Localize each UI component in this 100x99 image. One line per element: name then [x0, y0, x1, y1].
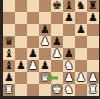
- square-h7[interactable]: ♟: [87, 12, 99, 24]
- square-e3[interactable]: [51, 60, 63, 72]
- square-h1[interactable]: ♜: [87, 84, 99, 96]
- square-b3[interactable]: ♟: [15, 60, 27, 72]
- piece-white-rook[interactable]: ♜: [3, 84, 15, 96]
- square-c1[interactable]: [27, 84, 39, 96]
- piece-white-king[interactable]: ♚: [51, 84, 63, 96]
- square-h5[interactable]: [87, 36, 99, 48]
- piece-white-knight[interactable]: ♞: [63, 84, 75, 96]
- piece-black-pawn[interactable]: ♟: [63, 12, 75, 24]
- square-b1[interactable]: [15, 84, 27, 96]
- piece-white-pawn[interactable]: ♟: [27, 60, 39, 72]
- square-a7[interactable]: [3, 12, 15, 24]
- piece-black-pawn[interactable]: ♟: [15, 60, 27, 72]
- square-b2[interactable]: [15, 72, 27, 84]
- chess-board[interactable]: ♚♝♞♜♟♟♟♟♛♟♟♝♟♟♟♝♟♟♟♞♟♛♟♟♟♜♚♞♜: [3, 0, 99, 96]
- square-d5[interactable]: ♟: [39, 36, 51, 48]
- square-f1[interactable]: ♞: [63, 84, 75, 96]
- square-d8[interactable]: [39, 0, 51, 12]
- square-e8[interactable]: ♚: [51, 0, 63, 12]
- piece-white-pawn[interactable]: ♟: [39, 36, 51, 48]
- square-g4[interactable]: [75, 48, 87, 60]
- square-c3[interactable]: ♟: [27, 60, 39, 72]
- square-c7[interactable]: [27, 12, 39, 24]
- piece-white-pawn[interactable]: ♟: [75, 72, 87, 84]
- piece-white-pawn[interactable]: ♟: [51, 48, 63, 60]
- square-d2[interactable]: ♛: [39, 72, 51, 84]
- square-b7[interactable]: [15, 12, 27, 24]
- piece-black-king[interactable]: ♚: [51, 0, 63, 12]
- square-c6[interactable]: [27, 24, 39, 36]
- square-g5[interactable]: [75, 36, 87, 48]
- square-f7[interactable]: ♟: [63, 12, 75, 24]
- square-g8[interactable]: ♞: [75, 0, 87, 12]
- piece-black-pawn[interactable]: ♟: [75, 24, 87, 36]
- square-b6[interactable]: [15, 24, 27, 36]
- square-f6[interactable]: [63, 24, 75, 36]
- square-e4[interactable]: ♟: [51, 48, 63, 60]
- square-e7[interactable]: [51, 12, 63, 24]
- piece-black-knight[interactable]: ♞: [75, 0, 87, 12]
- square-h4[interactable]: [87, 48, 99, 60]
- square-a8[interactable]: [3, 0, 15, 12]
- piece-white-rook[interactable]: ♜: [87, 84, 99, 96]
- square-g2[interactable]: ♟: [75, 72, 87, 84]
- square-c2[interactable]: [27, 72, 39, 84]
- square-c8[interactable]: [27, 0, 39, 12]
- piece-white-queen[interactable]: ♛: [39, 72, 51, 84]
- piece-black-pawn[interactable]: ♟: [87, 12, 99, 24]
- square-b8[interactable]: [15, 0, 27, 12]
- square-g6[interactable]: ♟: [75, 24, 87, 36]
- square-h6[interactable]: [87, 24, 99, 36]
- square-g1[interactable]: [75, 84, 87, 96]
- square-d1[interactable]: [39, 84, 51, 96]
- square-b5[interactable]: [15, 36, 27, 48]
- square-e1[interactable]: ♚: [51, 84, 63, 96]
- square-a1[interactable]: ♜: [3, 84, 15, 96]
- chess-app-window: ♚♝♞♜♟♟♟♟♛♟♟♝♟♟♟♝♟♟♟♞♟♛♟♟♟♜♚♞♜: [0, 0, 100, 99]
